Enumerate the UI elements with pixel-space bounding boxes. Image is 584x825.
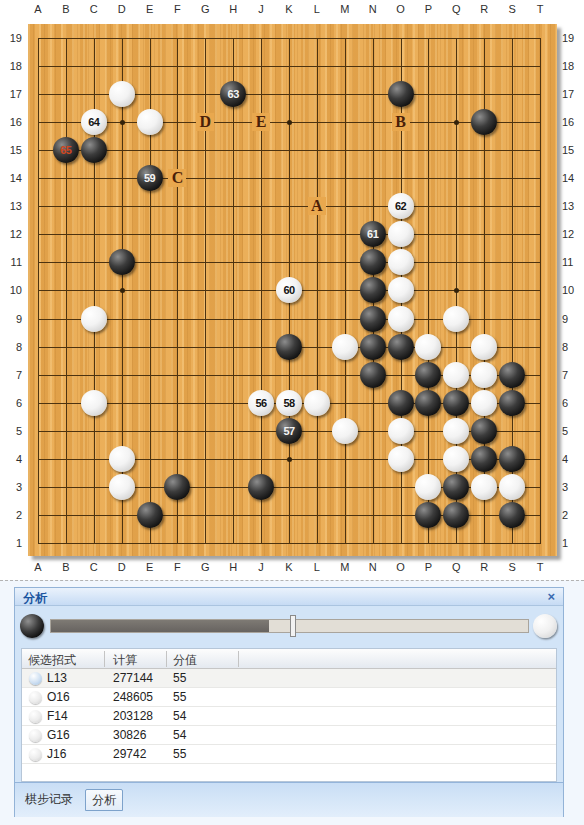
row-label: 4 (0, 452, 22, 466)
row-label: 2 (0, 508, 22, 522)
column-label: K (279, 2, 299, 16)
row-label: 17 (562, 87, 584, 101)
panel-tabbar: 棋步记录分析 (15, 782, 563, 817)
stone-white[interactable] (388, 277, 414, 303)
stone-black[interactable] (360, 277, 386, 303)
grid-line (540, 38, 541, 544)
stone-black[interactable]: 65 (53, 137, 79, 163)
candidate-visits: 277144 (113, 671, 153, 685)
column-label: F (167, 560, 187, 574)
grid-line (428, 38, 429, 544)
stone-move-number: 60 (283, 284, 294, 296)
stone-black[interactable] (415, 362, 441, 388)
stone-white[interactable] (304, 390, 330, 416)
stone-black[interactable] (164, 474, 190, 500)
stone-black[interactable] (388, 334, 414, 360)
stone-white[interactable] (443, 418, 469, 444)
stone-white[interactable]: 58 (276, 390, 302, 416)
candidate-score: 55 (173, 671, 186, 685)
row-label: 17 (0, 87, 22, 101)
stone-white[interactable] (388, 418, 414, 444)
grid-line (345, 38, 346, 544)
header-divider (238, 651, 239, 667)
column-label: N (363, 560, 383, 574)
go-board[interactable]: 63646559626160565857ABCDE (28, 24, 557, 556)
column-label: H (223, 560, 243, 574)
grid-line (38, 543, 541, 544)
stone-move-number: 61 (367, 228, 378, 240)
stone-white[interactable] (388, 306, 414, 332)
row-label: 8 (562, 340, 584, 354)
stone-black[interactable] (276, 334, 302, 360)
candidate-stone-icon (29, 691, 42, 704)
stone-black[interactable] (443, 502, 469, 528)
candidate-score: 55 (173, 690, 186, 704)
column-header: 候选招式 (28, 652, 76, 669)
candidate-move: O16 (47, 690, 70, 704)
column-label: F (167, 2, 187, 16)
stone-black[interactable] (443, 390, 469, 416)
candidate-stone-icon (29, 710, 42, 723)
white-stone-icon (533, 614, 557, 638)
row-label: 12 (0, 227, 22, 241)
stone-white[interactable] (415, 474, 441, 500)
row-label: 11 (0, 255, 22, 269)
star-point (287, 120, 292, 125)
stone-black[interactable]: 63 (220, 81, 246, 107)
column-label: P (418, 2, 438, 16)
row-label: 8 (0, 340, 22, 354)
panel-title: 分析 (23, 590, 47, 607)
candidate-visits: 203128 (113, 709, 153, 723)
column-label: S (502, 2, 522, 16)
candidate-stone-icon (29, 748, 42, 761)
header-divider (166, 651, 167, 667)
row-label: 4 (562, 452, 584, 466)
column-label: M (335, 2, 355, 16)
stone-white[interactable] (471, 390, 497, 416)
black-stone-icon (20, 614, 44, 638)
row-label: 14 (562, 171, 584, 185)
candidate-letter-annotation: E (252, 113, 270, 131)
column-label: L (307, 560, 327, 574)
stone-black[interactable] (471, 109, 497, 135)
stone-black[interactable] (443, 474, 469, 500)
row-label: 14 (0, 171, 22, 185)
stone-white[interactable] (415, 334, 441, 360)
stone-black[interactable]: 57 (276, 418, 302, 444)
column-label: B (56, 560, 76, 574)
column-label: A (28, 2, 48, 16)
column-label: H (223, 2, 243, 16)
star-point (454, 288, 459, 293)
candidate-move: G16 (47, 728, 70, 742)
column-label: J (251, 560, 271, 574)
stone-move-number: 64 (88, 116, 99, 128)
stone-white[interactable] (137, 109, 163, 135)
stone-black[interactable] (471, 418, 497, 444)
column-label: A (28, 560, 48, 574)
row-label: 16 (0, 115, 22, 129)
table-header: 候选招式计算分值 (22, 649, 556, 669)
row-label: 2 (562, 508, 584, 522)
column-label: Q (446, 2, 466, 16)
grid-line (38, 38, 39, 544)
star-point (287, 457, 292, 462)
column-label: R (474, 2, 494, 16)
stone-white[interactable] (109, 81, 135, 107)
close-icon[interactable]: × (547, 589, 555, 604)
stone-black[interactable] (81, 137, 107, 163)
row-label: 5 (0, 424, 22, 438)
stone-white[interactable] (109, 446, 135, 472)
row-label: 9 (0, 312, 22, 326)
candidate-letter-annotation: C (168, 169, 186, 187)
winrate-slider[interactable] (15, 606, 563, 648)
row-label: 13 (0, 199, 22, 213)
stone-move-number: 65 (60, 144, 71, 156)
column-label: L (307, 2, 327, 16)
stone-black[interactable] (360, 362, 386, 388)
stone-black[interactable] (248, 474, 274, 500)
column-label: J (251, 2, 271, 16)
row-label: 1 (0, 536, 22, 550)
row-label: 3 (0, 480, 22, 494)
stone-white[interactable] (109, 474, 135, 500)
candidate-row[interactable]: O1624860555 (22, 688, 556, 707)
candidate-letter-annotation: B (392, 113, 410, 131)
candidate-row[interactable]: G163082654 (22, 726, 556, 745)
candidate-row[interactable]: J162974255 (22, 745, 556, 764)
candidate-score: 54 (173, 728, 186, 742)
candidate-stone-icon (29, 672, 42, 685)
candidate-move: J16 (47, 747, 66, 761)
row-label: 10 (562, 283, 584, 297)
row-label: 15 (0, 143, 22, 157)
stone-black[interactable] (388, 390, 414, 416)
stone-black[interactable] (499, 502, 525, 528)
stone-black[interactable] (388, 81, 414, 107)
row-label: 18 (0, 59, 22, 73)
column-label: C (84, 2, 104, 16)
row-label: 13 (562, 199, 584, 213)
column-label: C (84, 560, 104, 574)
row-label: 11 (562, 255, 584, 269)
stone-black[interactable] (137, 502, 163, 528)
row-label: 1 (562, 536, 584, 550)
column-label: K (279, 560, 299, 574)
star-point (454, 120, 459, 125)
stone-move-number: 62 (395, 200, 406, 212)
slider-thumb[interactable] (290, 615, 296, 637)
stone-move-number: 63 (228, 88, 239, 100)
column-label: E (140, 2, 160, 16)
stone-black[interactable] (471, 446, 497, 472)
star-point (120, 288, 125, 293)
stone-white[interactable] (471, 474, 497, 500)
row-label: 6 (0, 396, 22, 410)
stone-white[interactable] (388, 249, 414, 275)
candidate-move: L13 (47, 671, 67, 685)
winrate-track[interactable] (50, 619, 529, 633)
row-label: 6 (562, 396, 584, 410)
row-label: 7 (0, 368, 22, 382)
column-label: R (474, 560, 494, 574)
grid-line (233, 38, 234, 544)
panel-titlebar: 分析 × (15, 588, 563, 606)
stone-white[interactable] (471, 334, 497, 360)
stone-black[interactable] (360, 306, 386, 332)
row-label: 5 (562, 424, 584, 438)
star-point (120, 120, 125, 125)
row-label: 15 (562, 143, 584, 157)
stone-white[interactable]: 62 (388, 193, 414, 219)
tab-analysis[interactable]: 分析 (85, 789, 123, 811)
grid-line (66, 38, 67, 544)
column-header: 分值 (173, 652, 197, 669)
column-label: G (195, 560, 215, 574)
row-label: 19 (0, 31, 22, 45)
candidate-stone-icon (29, 729, 42, 742)
candidate-visits: 248605 (113, 690, 153, 704)
stone-move-number: 56 (255, 397, 266, 409)
stone-white[interactable] (388, 221, 414, 247)
stone-move-number: 58 (283, 397, 294, 409)
stone-white[interactable]: 56 (248, 390, 274, 416)
column-label: P (418, 560, 438, 574)
row-label: 18 (562, 59, 584, 73)
header-divider (104, 651, 105, 667)
column-label: E (140, 560, 160, 574)
candidate-row[interactable]: L1327714455 (22, 669, 556, 688)
stone-move-number: 57 (283, 425, 294, 437)
stone-black[interactable] (499, 446, 525, 472)
column-label: M (335, 560, 355, 574)
candidate-move-table: 候选招式计算分值 L1327714455O1624860555F14203128… (21, 648, 557, 782)
column-label: Q (446, 560, 466, 574)
stone-black[interactable] (499, 390, 525, 416)
stone-black[interactable]: 61 (360, 221, 386, 247)
candidate-move: F14 (47, 709, 68, 723)
column-header: 计算 (113, 652, 137, 669)
candidate-row[interactable]: F1420312854 (22, 707, 556, 726)
stone-white[interactable] (443, 306, 469, 332)
stone-white[interactable]: 60 (276, 277, 302, 303)
row-label: 7 (562, 368, 584, 382)
stone-white[interactable] (443, 362, 469, 388)
stone-black[interactable]: 59 (137, 165, 163, 191)
column-label: T (530, 560, 550, 574)
stone-white[interactable] (471, 362, 497, 388)
analysis-dock: 分析 × 候选招式计算分值 L1327714455O1624860555F142… (0, 580, 584, 825)
stone-white[interactable]: 64 (81, 109, 107, 135)
go-app-window: 63646559626160565857ABCDE 分析 × 候选招式计算分值 … (0, 0, 584, 825)
stone-move-number: 59 (144, 172, 155, 184)
stone-black[interactable] (360, 249, 386, 275)
column-label: D (112, 2, 132, 16)
column-label: O (391, 560, 411, 574)
row-label: 12 (562, 227, 584, 241)
candidate-score: 54 (173, 709, 186, 723)
grid-line (317, 38, 318, 544)
column-label: B (56, 2, 76, 16)
column-label: T (530, 2, 550, 16)
column-label: N (363, 2, 383, 16)
row-label: 10 (0, 283, 22, 297)
row-label: 3 (562, 480, 584, 494)
candidate-visits: 30826 (113, 728, 146, 742)
column-label: S (502, 560, 522, 574)
stone-white[interactable] (81, 390, 107, 416)
stone-white[interactable] (388, 446, 414, 472)
column-label: G (195, 2, 215, 16)
stone-white[interactable] (81, 306, 107, 332)
analysis-panel: 分析 × 候选招式计算分值 L1327714455O1624860555F142… (14, 587, 564, 817)
candidate-visits: 29742 (113, 747, 146, 761)
stone-black[interactable] (360, 334, 386, 360)
column-label: D (112, 560, 132, 574)
stone-white[interactable] (332, 418, 358, 444)
stone-white[interactable] (443, 446, 469, 472)
stone-white[interactable] (332, 334, 358, 360)
stone-black[interactable] (109, 249, 135, 275)
stone-black[interactable] (499, 362, 525, 388)
tab-move-record[interactable]: 棋步记录 (19, 789, 79, 809)
stone-black[interactable] (415, 502, 441, 528)
row-label: 9 (562, 312, 584, 326)
stone-black[interactable] (415, 390, 441, 416)
row-label: 19 (562, 31, 584, 45)
column-label: O (391, 2, 411, 16)
candidate-letter-annotation: A (308, 197, 326, 215)
winrate-black-fill (51, 620, 269, 632)
row-label: 16 (562, 115, 584, 129)
grid-line (177, 38, 178, 544)
candidate-score: 55 (173, 747, 186, 761)
stone-white[interactable] (499, 474, 525, 500)
candidate-letter-annotation: D (196, 113, 214, 131)
